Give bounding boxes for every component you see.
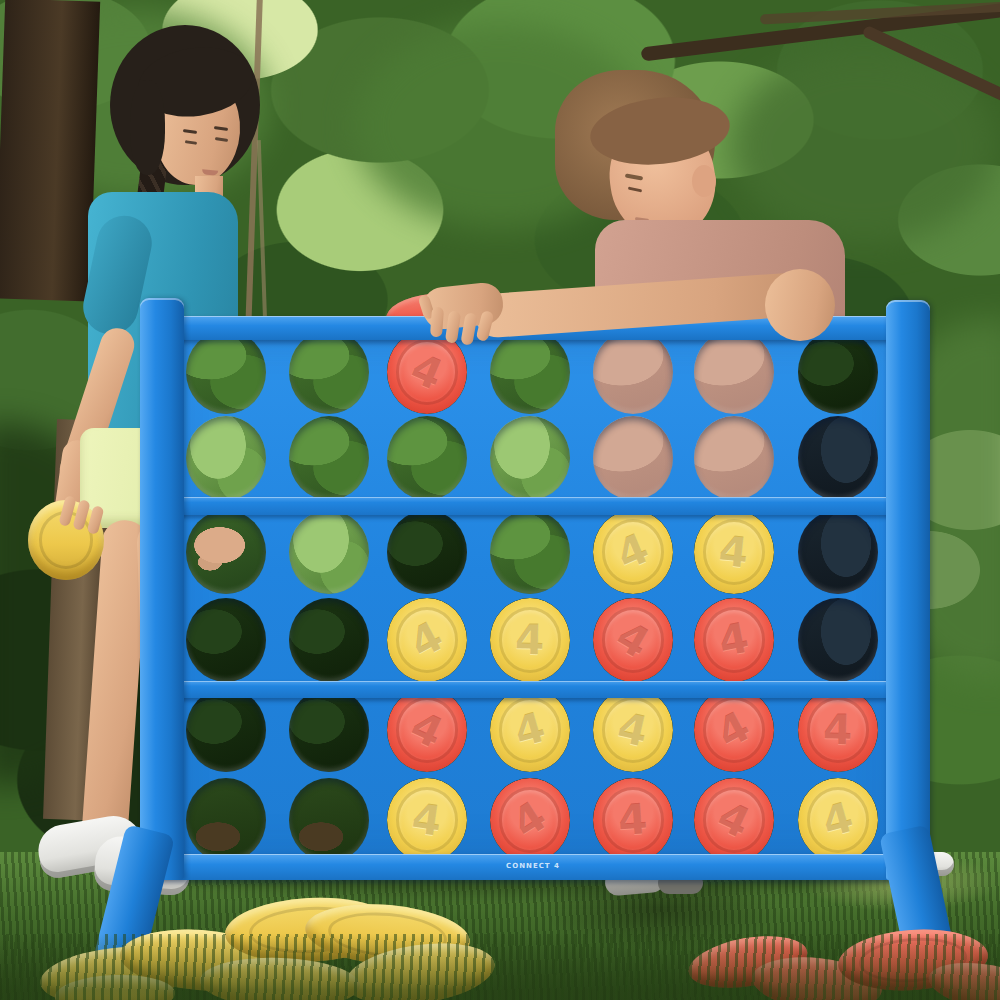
- yellow-disc-r4c4: 4: [490, 598, 570, 682]
- hole-r3c2: [289, 510, 369, 594]
- hole-r2c1: [186, 416, 266, 500]
- yellow-disc-r4c3: 4: [387, 598, 467, 682]
- hole-r2c5: [593, 416, 673, 500]
- red-disc-r5c6: 4: [694, 688, 774, 772]
- red-disc-r6c6: 4: [694, 778, 774, 862]
- hole-r2c3: [387, 416, 467, 500]
- hole-r3c4: [490, 510, 570, 594]
- hole-r6c4: 4: [490, 778, 570, 862]
- left-post: [140, 298, 184, 880]
- hole-r5c7: 4: [798, 688, 878, 772]
- disc-glyph: 4: [823, 709, 853, 752]
- red-disc-r4c6: 4: [694, 598, 774, 682]
- boy-finger-1: [430, 307, 444, 338]
- yellow-disc-r6c7: 4: [798, 778, 878, 862]
- hole-r4c2: [289, 598, 369, 682]
- hole-r4c5: 4: [593, 598, 673, 682]
- hole-r6c1: [186, 778, 266, 862]
- connect-four-board: 44444444444444444 CONNECT 4: [95, 290, 940, 980]
- boy-shoulder: [765, 269, 835, 341]
- yellow-disc-r3c5: 4: [593, 510, 673, 594]
- scene: 44444444444444444 CONNECT 4: [0, 0, 1000, 1000]
- hole-r3c1: [186, 510, 266, 594]
- yellow-disc-r5c4: 4: [490, 688, 570, 772]
- hole-r5c3: 4: [387, 688, 467, 772]
- hole-r5c6: 4: [694, 688, 774, 772]
- brand-label: CONNECT 4: [493, 862, 573, 870]
- right-post: [886, 300, 930, 880]
- yellow-disc-r6c3: 4: [387, 778, 467, 862]
- hole-r5c5: 4: [593, 688, 673, 772]
- hole-r6c6: 4: [694, 778, 774, 862]
- hole-r4c4: 4: [490, 598, 570, 682]
- hole-r3c3: [387, 510, 467, 594]
- hole-r4c1: [186, 598, 266, 682]
- cross-rail-upper: [165, 497, 900, 515]
- hole-r4c3: 4: [387, 598, 467, 682]
- hole-r6c2: [289, 778, 369, 862]
- hole-r3c6: 4: [694, 510, 774, 594]
- hole-r1c1: [186, 330, 266, 414]
- hole-r5c1: [186, 688, 266, 772]
- hole-r6c7: 4: [798, 778, 878, 862]
- hole-r4c7: [798, 598, 878, 682]
- boy-ear: [692, 165, 716, 197]
- red-disc-r5c3: 4: [387, 688, 467, 772]
- yellow-disc-r5c5: 4: [593, 688, 673, 772]
- red-disc-r6c5: 4: [593, 778, 673, 862]
- hole-r2c7: [798, 416, 878, 500]
- hole-r2c4: [490, 416, 570, 500]
- hole-r5c4: 4: [490, 688, 570, 772]
- hole-r5c2: [289, 688, 369, 772]
- yellow-disc-r3c6: 4: [694, 510, 774, 594]
- red-disc-r4c5: 4: [593, 598, 673, 682]
- red-disc-r5c7: 4: [798, 688, 878, 772]
- hole-r4c6: 4: [694, 598, 774, 682]
- hole-r3c7: [798, 510, 878, 594]
- hole-r3c5: 4: [593, 510, 673, 594]
- hole-r2c6: [694, 416, 774, 500]
- cross-rail-lower: [165, 681, 900, 698]
- red-disc-r6c4: 4: [490, 778, 570, 862]
- disc-glyph: 4: [617, 798, 649, 842]
- disc-glyph: 4: [515, 619, 545, 662]
- hole-r6c3: 4: [387, 778, 467, 862]
- girl-hair-side: [130, 80, 165, 175]
- board-face: 44444444444444444: [165, 336, 900, 858]
- hole-r6c5: 4: [593, 778, 673, 862]
- hole-r2c2: [289, 416, 369, 500]
- disc-glyph: 4: [717, 530, 750, 575]
- hole-r1c2: [289, 330, 369, 414]
- boy-arm: [415, 255, 835, 355]
